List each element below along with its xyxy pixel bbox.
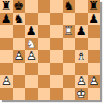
board-square-g2[interactable]: ♟♙: [75, 75, 88, 88]
white-pawn-piece: ♙: [75, 75, 88, 88]
board-square-f4[interactable]: [63, 50, 76, 63]
black-king-piece: ♚: [13, 0, 26, 13]
white-piece-fill: ♟: [75, 75, 88, 88]
board-square-f2[interactable]: [63, 75, 76, 88]
white-piece-fill: ♜: [63, 25, 76, 38]
board-square-h8[interactable]: ♜: [88, 0, 101, 13]
white-piece-fill: ♞: [25, 38, 38, 51]
board-square-f6[interactable]: ♜♖: [63, 25, 76, 38]
black-rook-piece: ♜: [88, 0, 101, 13]
board-square-f3[interactable]: [63, 63, 76, 76]
board-square-h1[interactable]: [88, 88, 101, 101]
board-square-g7[interactable]: [75, 13, 88, 26]
white-piece-fill: ♚: [75, 88, 88, 101]
board-square-d6[interactable]: [38, 25, 51, 38]
board-square-c5[interactable]: ♞♘: [25, 38, 38, 51]
board-square-e1[interactable]: [50, 88, 63, 101]
board-square-a1[interactable]: [0, 88, 13, 101]
board-square-e8[interactable]: [50, 0, 63, 13]
white-piece-fill: ♟: [0, 75, 13, 88]
board-square-h3[interactable]: [88, 63, 101, 76]
board-square-a5[interactable]: [0, 38, 13, 51]
board-square-b1[interactable]: [13, 88, 26, 101]
board-square-e3[interactable]: [50, 63, 63, 76]
board-square-d4[interactable]: [38, 50, 51, 63]
chess-diagram: ♜♚♞♜♟♞♟♟♜♖♟♞♘♟♙♟♙♝♗♟♙♟♙♟♙♚♔: [0, 0, 104, 104]
white-rook-piece: ♖: [63, 25, 76, 38]
board-square-d8[interactable]: [38, 0, 51, 13]
board-square-g3[interactable]: [75, 63, 88, 76]
board-square-b7[interactable]: ♞: [13, 13, 26, 26]
board-square-h5[interactable]: [88, 38, 101, 51]
black-pawn-piece: ♟: [88, 13, 101, 26]
board-square-c2[interactable]: [25, 75, 38, 88]
board-square-a7[interactable]: ♟: [0, 13, 13, 26]
board-square-c1[interactable]: [25, 88, 38, 101]
board-square-f7[interactable]: [63, 13, 76, 26]
white-knight-piece: ♘: [25, 38, 38, 51]
board-square-g4[interactable]: ♝♗: [75, 50, 88, 63]
black-knight-piece: ♞: [63, 0, 76, 13]
board-square-d7[interactable]: [38, 13, 51, 26]
board-square-g5[interactable]: [75, 38, 88, 51]
board-square-d5[interactable]: [38, 38, 51, 51]
board-square-f1[interactable]: [63, 88, 76, 101]
board-square-a3[interactable]: [0, 63, 13, 76]
black-pawn-piece: ♟: [25, 25, 38, 38]
board-square-h4[interactable]: [88, 50, 101, 63]
white-pawn-piece: ♙: [13, 50, 26, 63]
white-piece-fill: ♟: [88, 75, 101, 88]
board-square-b4[interactable]: ♟♙: [13, 50, 26, 63]
board-square-g1[interactable]: ♚♔: [75, 88, 88, 101]
white-piece-fill: ♟: [25, 50, 38, 63]
board-square-c7[interactable]: [25, 13, 38, 26]
board-square-f8[interactable]: ♞: [63, 0, 76, 13]
black-pawn-piece: ♟: [0, 13, 13, 26]
white-piece-fill: ♟: [13, 50, 26, 63]
board-square-a4[interactable]: [0, 50, 13, 63]
board-square-e2[interactable]: [50, 75, 63, 88]
white-king-piece: ♔: [75, 88, 88, 101]
board-square-e4[interactable]: [50, 50, 63, 63]
board-square-d3[interactable]: [38, 63, 51, 76]
board-square-f5[interactable]: [63, 38, 76, 51]
white-pawn-piece: ♙: [88, 75, 101, 88]
chess-board: ♜♚♞♜♟♞♟♟♜♖♟♞♘♟♙♟♙♝♗♟♙♟♙♟♙♚♔: [0, 0, 100, 100]
board-square-c4[interactable]: ♟♙: [25, 50, 38, 63]
board-square-g8[interactable]: [75, 0, 88, 13]
board-square-d2[interactable]: [38, 75, 51, 88]
board-square-c6[interactable]: ♟: [25, 25, 38, 38]
white-bishop-piece: ♗: [75, 50, 88, 63]
board-square-b6[interactable]: [13, 25, 26, 38]
board-square-b3[interactable]: [13, 63, 26, 76]
board-square-d1[interactable]: [38, 88, 51, 101]
board-square-e6[interactable]: [50, 25, 63, 38]
black-rook-piece: ♜: [0, 0, 13, 13]
white-piece-fill: ♝: [75, 50, 88, 63]
white-pawn-piece: ♙: [25, 50, 38, 63]
board-square-b5[interactable]: [13, 38, 26, 51]
board-square-g6[interactable]: ♟: [75, 25, 88, 38]
board-square-a2[interactable]: ♟♙: [0, 75, 13, 88]
board-square-c8[interactable]: [25, 0, 38, 13]
white-pawn-piece: ♙: [0, 75, 13, 88]
board-square-a6[interactable]: [0, 25, 13, 38]
board-square-e7[interactable]: [50, 13, 63, 26]
board-square-c3[interactable]: [25, 63, 38, 76]
black-pawn-piece: ♟: [75, 25, 88, 38]
board-square-h7[interactable]: ♟: [88, 13, 101, 26]
board-square-b2[interactable]: [13, 75, 26, 88]
board-square-e5[interactable]: [50, 38, 63, 51]
board-square-b8[interactable]: ♚: [13, 0, 26, 13]
board-square-a8[interactable]: ♜: [0, 0, 13, 13]
black-knight-piece: ♞: [13, 13, 26, 26]
board-square-h6[interactable]: [88, 25, 101, 38]
board-square-h2[interactable]: ♟♙: [88, 75, 101, 88]
